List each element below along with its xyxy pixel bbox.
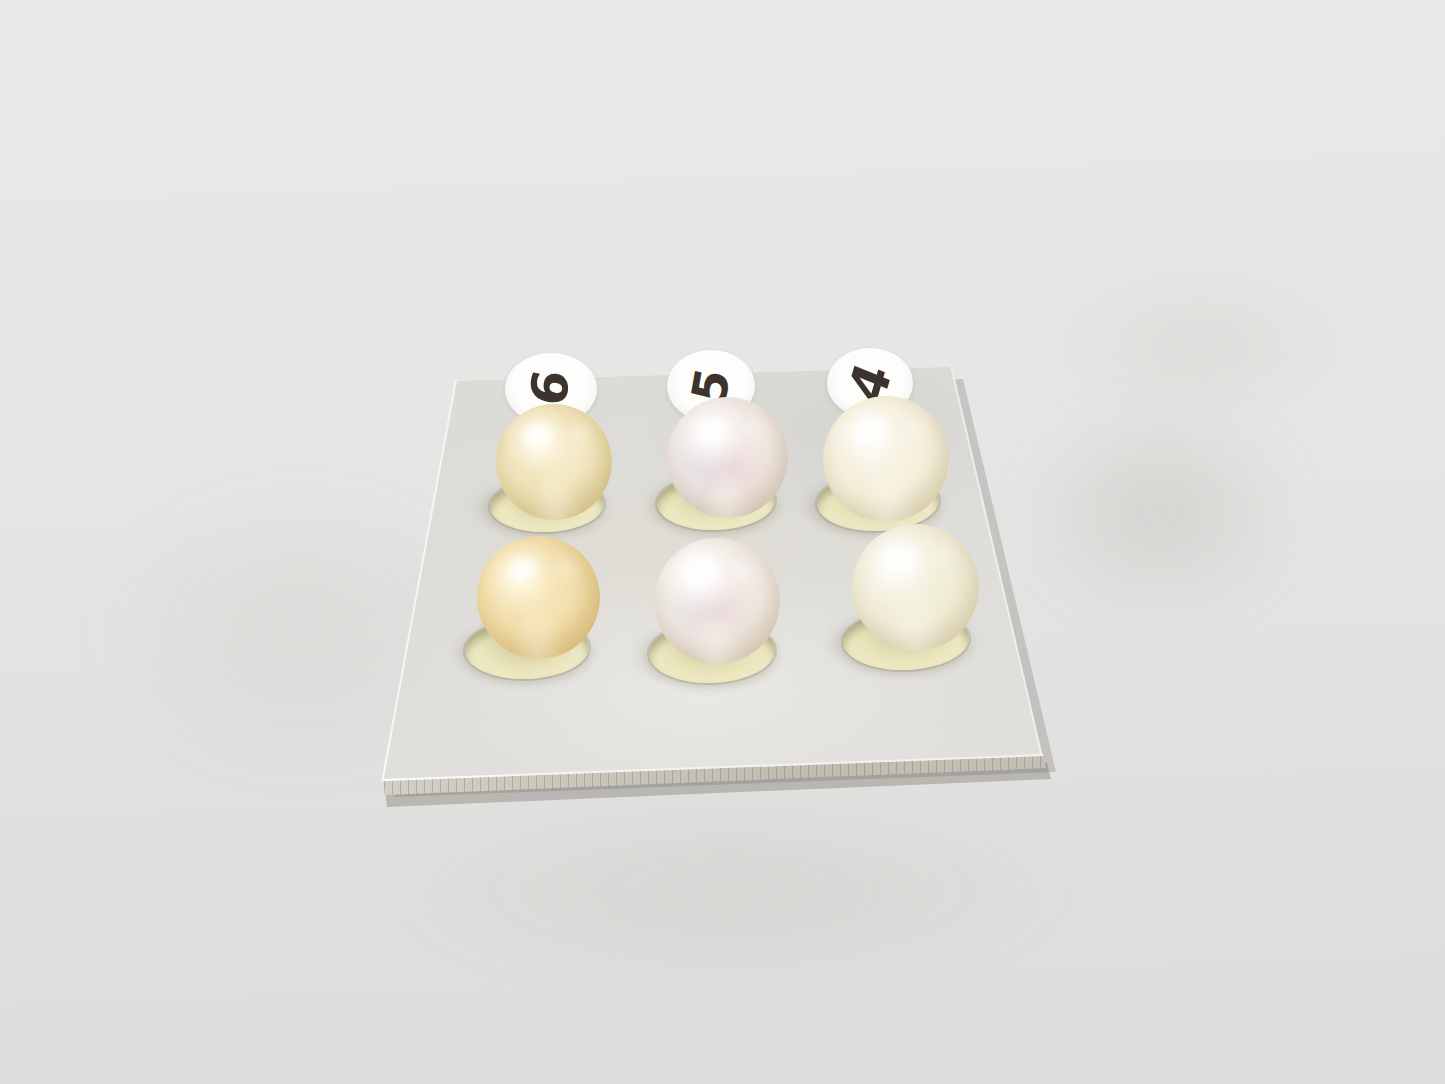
background-shadow-bottom	[380, 800, 1080, 980]
pearl-tray-photo: 6 5 4	[0, 0, 1445, 1084]
pearl-6-top	[496, 404, 612, 520]
pearl-4-bottom	[852, 524, 979, 651]
pearl-4-top	[823, 396, 949, 522]
background-shadow-right	[1020, 400, 1300, 620]
pearl-5-bottom	[654, 538, 780, 664]
background-shadow-right-top	[1040, 270, 1360, 420]
sticker-digit-6: 6	[524, 367, 577, 410]
pearl-5-top	[667, 397, 788, 518]
pearl-6-bottom	[477, 536, 600, 659]
